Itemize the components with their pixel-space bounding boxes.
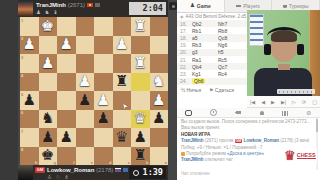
square-f7[interactable]: ♟ <box>57 128 76 147</box>
white-pawn-f2[interactable]: ♟ <box>57 36 76 55</box>
top-captured-pieces: ♟ ♞ ♝ <box>36 9 59 15</box>
bottom-player-clock: 1:39 <box>129 166 166 179</box>
move-row: 17.Rb1Rb8 <box>177 27 247 34</box>
square-b1[interactable]: ♜ <box>131 17 150 36</box>
move-row: 21.Ra1Rc5 <box>177 56 247 63</box>
black-queen-c7[interactable]: ♛ <box>113 128 132 147</box>
white-pawn-a5[interactable]: ♟ <box>150 91 169 110</box>
square-e7[interactable] <box>76 128 95 147</box>
file-label: e <box>91 160 93 165</box>
square-e4[interactable]: ♟ <box>76 73 95 92</box>
square-e5[interactable]: ♟ <box>76 91 95 110</box>
bottom-captured-pieces: ♙ ♘ ♗ <box>47 174 70 180</box>
white-knight-a4[interactable]: ♞ <box>150 73 169 92</box>
black-pawn-e5[interactable]: ♟ <box>76 91 95 110</box>
white-rook-b3[interactable]: ♜ <box>131 54 150 73</box>
gm-title-badge: GM <box>35 167 45 173</box>
white-move[interactable]: Ra1 <box>192 57 218 63</box>
bottom-player-name[interactable]: Lowkow_Roman (2178) <box>47 167 135 173</box>
trophy-icon <box>283 5 287 8</box>
black-move[interactable]: Rc5 <box>218 57 244 63</box>
draw-offer-button[interactable]: ½ Ничья <box>181 87 201 93</box>
square-h2[interactable]: ♟2 <box>20 36 39 55</box>
board-in-center-link[interactable]: «Доска в центре» <box>227 151 264 156</box>
black-move[interactable]: Ng6 <box>218 42 244 48</box>
bottom-player-rating: (2178) <box>96 167 113 173</box>
top-player-username: TranJMinh <box>36 2 66 8</box>
square-a1[interactable] <box>150 17 169 36</box>
top-player-name[interactable]: TranJMinh (2671) <box>36 2 100 8</box>
square-b8[interactable]: ♜b <box>131 147 150 166</box>
white-move[interactable]: Rb3 <box>192 42 218 48</box>
last-move-highlight <box>131 73 150 92</box>
square-f6[interactable] <box>57 110 76 129</box>
square-h8[interactable]: 8h <box>20 147 39 166</box>
board-settings-button[interactable] <box>169 2 177 10</box>
nav-control-icon[interactable]: ▶| <box>281 99 286 105</box>
chat-message: TranJMinh (2671) против GM Lowkow_Roman … <box>181 138 315 144</box>
white-move[interactable]: a5 <box>192 35 218 41</box>
white-move[interactable]: g3 <box>192 49 218 55</box>
square-h6[interactable]: 6 <box>20 110 39 129</box>
black-move[interactable]: Rc4 <box>218 71 244 77</box>
scrollbar-thumb[interactable] <box>316 119 319 132</box>
stream-logo: ♛ CHESS <box>283 148 317 163</box>
square-a8[interactable]: a <box>150 147 169 166</box>
white-pawn-e4[interactable]: ♟ <box>76 73 95 92</box>
square-h1[interactable]: 1 <box>20 17 39 36</box>
players-icon <box>236 4 241 8</box>
top-player-bar: TranJMinh (2671) ♟ ♞ ♝ 2:04 <box>18 0 168 17</box>
square-h3[interactable]: 3 <box>20 54 39 73</box>
square-e8[interactable]: e <box>76 147 95 166</box>
gm-title-badge: GM <box>235 139 243 144</box>
headphone-cup-icon <box>264 44 271 55</box>
square-e1[interactable] <box>76 17 95 36</box>
square-f4[interactable] <box>57 73 76 92</box>
chat-status: Чат отключен <box>181 171 209 176</box>
square-d1[interactable] <box>94 17 113 36</box>
file-label: a <box>165 160 167 165</box>
club-badge-icon <box>95 3 100 7</box>
nav-control-icon[interactable]: ▶ <box>271 99 275 105</box>
move-number: 16. <box>177 21 192 27</box>
top-player-rating: (2671) <box>68 2 85 8</box>
square-a4[interactable]: ♞ <box>150 73 169 92</box>
left-gutter <box>0 0 18 180</box>
logo-text: CHESS <box>297 152 316 159</box>
chat-username-link[interactable]: TranJMinh <box>181 138 204 143</box>
file-label: d <box>109 160 111 165</box>
file-label: b <box>146 160 148 165</box>
wall-calendar <box>249 14 264 46</box>
nav-control-icon[interactable]: ▷ <box>292 99 296 105</box>
chat-bubble-icon[interactable] <box>185 110 192 116</box>
square-b6[interactable]: ♛ <box>131 110 150 129</box>
square-h7[interactable]: 7 <box>20 128 39 147</box>
players-icon[interactable] <box>235 110 241 116</box>
streamer-neck <box>278 64 290 70</box>
rank-label: 6 <box>21 110 23 115</box>
square-a6[interactable]: ♟ <box>150 110 169 129</box>
white-move[interactable]: Qb4 <box>192 64 218 70</box>
square-b5[interactable] <box>131 91 150 110</box>
rank-label: 1 <box>21 18 23 23</box>
stats-icon[interactable] <box>282 111 288 116</box>
nav-control-icon[interactable]: ▢ <box>312 99 317 105</box>
chat-username-link[interactable]: Lowkow_Roman <box>244 138 280 143</box>
square-a7[interactable] <box>150 128 169 147</box>
headphone-cup-icon <box>297 44 304 55</box>
russia-flag-icon <box>115 168 121 172</box>
white-rook-b1[interactable]: ♜ <box>131 17 150 36</box>
stream-frame: TranJMinh (2671) ♟ ♞ ♝ 2:04 1♚♜♟2♟♟3♟♜4♟… <box>0 0 320 180</box>
white-queen-b6[interactable]: ♛ <box>131 110 150 129</box>
rank-label: 5 <box>21 92 23 97</box>
clock-icon[interactable] <box>210 109 217 116</box>
square-h5[interactable]: ♟5 <box>20 91 39 110</box>
resign-button[interactable]: ⚑ Сдаться <box>209 87 234 93</box>
square-d4[interactable] <box>94 73 113 92</box>
white-pawn-g3[interactable]: ♟ <box>39 54 58 73</box>
opening-name: ◉ A43 Old Benoni Defense: 2.d5 e5 <box>177 13 250 20</box>
rank-label: 7 <box>21 129 23 134</box>
square-c7[interactable]: ♛ <box>113 128 132 147</box>
black-pawn-d6[interactable]: ♟ <box>94 110 113 129</box>
move-row: 24.Qb6 <box>177 78 247 85</box>
square-g2[interactable] <box>39 36 58 55</box>
side-panel: ♟Game Players Турниры ◉ A43 Old Benoni D… <box>177 0 320 180</box>
square-f5[interactable] <box>57 91 76 110</box>
chat-username-link[interactable]: TranJMinh <box>181 157 204 162</box>
nav-control-icon[interactable]: |◀ <box>250 99 255 105</box>
move-number: 20. <box>177 49 192 55</box>
white-move[interactable]: Kg1 <box>192 71 218 77</box>
file-label: f <box>73 160 74 165</box>
square-g4[interactable] <box>39 73 58 92</box>
move-number: 17. <box>177 28 192 34</box>
square-d6[interactable]: ♟ <box>94 110 113 129</box>
move-row: 22.Qb4Qc7 <box>177 63 247 70</box>
black-pawn-b7[interactable]: ♟ <box>131 128 150 147</box>
rank-label: 4 <box>21 73 23 78</box>
bell-icon[interactable] <box>260 111 264 115</box>
move-number: 19. <box>177 42 192 48</box>
square-g5[interactable] <box>39 91 58 110</box>
move-number: 22. <box>177 64 192 70</box>
square-g8[interactable]: ♚g <box>39 147 58 166</box>
square-a3[interactable] <box>150 54 169 73</box>
black-move[interactable]: Qc8 <box>218 35 244 41</box>
nav-control-icon[interactable]: ⟳ <box>302 99 306 105</box>
move-row: 19.Rb3Ng6 <box>177 42 247 49</box>
move-row: 16.Qb2Nh7 <box>177 20 247 27</box>
move-row: 20.g3h5 <box>177 49 247 56</box>
square-f3[interactable] <box>57 54 76 73</box>
black-move[interactable]: h5 <box>218 49 244 55</box>
square-d5[interactable]: ♟ <box>94 91 113 110</box>
square-h4[interactable]: 4 <box>20 73 39 92</box>
square-f2[interactable]: ♟ <box>57 36 76 55</box>
rank-label: 2 <box>21 36 23 41</box>
square-a5[interactable]: ♟ <box>150 91 169 110</box>
square-g7[interactable]: ♟ <box>39 128 58 147</box>
white-king-g1[interactable]: ♚ <box>39 17 58 36</box>
square-d8[interactable]: d <box>94 147 113 166</box>
white-move[interactable]: Qb6 <box>192 78 218 84</box>
tab-game[interactable]: ♟Game <box>177 0 225 12</box>
square-d7[interactable] <box>94 128 113 147</box>
square-b4[interactable] <box>131 73 150 92</box>
bottom-player-username: Lowkow_Roman <box>47 167 94 173</box>
rank-label: 3 <box>21 55 23 60</box>
book-icon: ◉ <box>180 14 184 19</box>
square-d3[interactable] <box>94 54 113 73</box>
square-c1[interactable] <box>113 17 132 36</box>
move-list[interactable]: 16.Qb2Nh717.Rb1Rb818.a5Qc819.Rb3Ng620.g3… <box>177 20 247 85</box>
pawn-icon: ♟ <box>190 3 195 9</box>
webcam-video <box>247 10 320 96</box>
white-pawn-c2[interactable]: ♟ <box>113 36 132 55</box>
vietnam-flag-icon <box>87 3 93 7</box>
black-knight-g6[interactable]: ♞ <box>39 110 58 129</box>
black-move[interactable]: Qc7 <box>218 64 244 70</box>
square-b7[interactable]: ♟ <box>131 128 150 147</box>
square-a2[interactable] <box>150 36 169 55</box>
square-b2[interactable] <box>131 36 150 55</box>
blue-flag-icon <box>123 168 128 172</box>
chess-board[interactable]: 1♚♜♟2♟♟3♟♜4♟♜♞♟5♟♟♟6♞♟♛♟7♟♟♛♟8h♚gfedc♜ba <box>20 17 168 165</box>
square-g1[interactable]: ♚ <box>39 17 58 36</box>
square-c8[interactable]: c <box>113 147 132 166</box>
tip-icon <box>181 152 185 156</box>
white-move[interactable]: Rb1 <box>192 28 218 34</box>
square-f8[interactable]: f <box>57 147 76 166</box>
square-e2[interactable] <box>76 36 95 55</box>
square-d2[interactable] <box>94 36 113 55</box>
file-label: g <box>54 160 56 165</box>
black-rook-c4[interactable]: ♜ <box>113 73 132 92</box>
rank-label: 8 <box>21 147 23 152</box>
black-pawn-g7[interactable]: ♟ <box>39 128 58 147</box>
black-move[interactable]: Nh7 <box>218 21 244 27</box>
square-g6[interactable]: ♞ <box>39 110 58 129</box>
gear-icon[interactable]: ⚙ <box>306 110 312 116</box>
white-pawn-d5[interactable]: ♟ <box>94 91 113 110</box>
move-nav-controls: |◀◀▶▶|▷⟳▢ <box>247 96 320 108</box>
square-c3[interactable] <box>113 54 132 73</box>
move-number: 21. <box>177 57 192 63</box>
move-row: 23.Kg1Rc4 <box>177 70 247 77</box>
headphones-band-icon <box>267 27 301 46</box>
file-label: c <box>128 160 130 165</box>
move-number: 24. <box>177 78 192 84</box>
red-queen-logo-icon: ♛ <box>284 149 296 162</box>
game-action-buttons: ½ Ничья ⚑ Сдаться <box>177 85 251 95</box>
nav-control-icon[interactable]: ◀ <box>261 99 265 105</box>
bottom-player-bar: GM Lowkow_Roman (2178) ♙ ♘ ♗ 1:39 <box>18 165 168 180</box>
white-move[interactable]: Qb2 <box>192 21 218 27</box>
square-c6[interactable] <box>113 110 132 129</box>
top-player-clock: 2:04 <box>129 2 166 15</box>
move-number: 18. <box>177 35 192 41</box>
move-row: 18.a5Qc8 <box>177 34 247 41</box>
video-progress-overlay <box>277 89 315 94</box>
clock-indicator-icon <box>133 170 139 176</box>
black-move[interactable]: Rb8 <box>218 28 244 34</box>
square-c2[interactable]: ♟ <box>113 36 132 55</box>
square-e3[interactable] <box>76 54 95 73</box>
black-pawn-a6[interactable]: ♟ <box>150 110 169 129</box>
square-f1[interactable] <box>57 17 76 36</box>
black-pawn-f7[interactable]: ♟ <box>57 128 76 147</box>
file-label: h <box>35 160 37 165</box>
square-e6[interactable] <box>76 110 95 129</box>
square-b3[interactable]: ♜ <box>131 54 150 73</box>
square-g3[interactable]: ♟ <box>39 54 58 73</box>
bottom-player-avatar[interactable] <box>18 165 33 180</box>
top-player-avatar[interactable] <box>18 1 33 16</box>
chat-toolbar: ⚙ <box>177 108 320 118</box>
move-number: 23. <box>177 71 192 77</box>
square-c4[interactable]: ♜ <box>113 73 132 92</box>
